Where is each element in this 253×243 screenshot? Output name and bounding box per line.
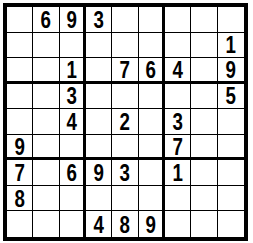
cell-r3c2[interactable] [33, 58, 59, 84]
given-digit: 7 [14, 160, 24, 185]
cell-r8c1[interactable]: 8 [7, 186, 33, 212]
given-digit: 1 [172, 160, 182, 185]
given-digit: 3 [93, 7, 103, 32]
cell-r6c9[interactable] [218, 135, 244, 161]
cell-r7c4[interactable]: 9 [86, 160, 112, 186]
cell-r9c7[interactable] [165, 211, 191, 237]
given-digit: 7 [172, 135, 182, 159]
given-digit: 6 [66, 160, 76, 185]
given-digit: 3 [172, 109, 182, 134]
cell-r3c3[interactable]: 1 [60, 58, 86, 84]
cell-r7c9[interactable] [218, 160, 244, 186]
sudoku-board: 6931176493542397769318489 [3, 3, 248, 241]
cell-r1c3[interactable]: 9 [60, 7, 86, 33]
cell-r4c4[interactable] [86, 84, 112, 110]
cell-r3c7[interactable]: 4 [165, 58, 191, 84]
cell-r5c3[interactable]: 4 [60, 109, 86, 135]
cell-r9c6[interactable]: 9 [139, 211, 165, 237]
cell-r4c5[interactable] [112, 84, 138, 110]
cell-r8c5[interactable] [112, 186, 138, 212]
given-digit: 3 [66, 84, 76, 109]
cell-r3c6[interactable]: 6 [139, 58, 165, 84]
given-digit: 1 [66, 58, 76, 82]
cell-r8c3[interactable] [60, 186, 86, 212]
cell-r5c2[interactable] [33, 109, 59, 135]
given-digit: 4 [172, 58, 182, 82]
cell-r7c1[interactable]: 7 [7, 160, 33, 186]
given-digit: 2 [120, 109, 130, 134]
cell-r8c4[interactable] [86, 186, 112, 212]
cell-r7c3[interactable]: 6 [60, 160, 86, 186]
given-digit: 4 [93, 212, 103, 237]
cell-r6c2[interactable] [33, 135, 59, 161]
cell-r4c8[interactable] [191, 84, 217, 110]
cell-r9c2[interactable] [33, 211, 59, 237]
given-digit: 1 [226, 33, 236, 58]
cell-r9c5[interactable]: 8 [112, 211, 138, 237]
cell-r1c8[interactable] [191, 7, 217, 33]
cell-r1c5[interactable] [112, 7, 138, 33]
given-digit: 8 [14, 186, 24, 211]
cell-r8c6[interactable] [139, 186, 165, 212]
cell-r5c6[interactable] [139, 109, 165, 135]
cell-r6c3[interactable] [60, 135, 86, 161]
cell-r5c8[interactable] [191, 109, 217, 135]
given-digit: 9 [226, 58, 236, 82]
cell-r1c4[interactable]: 3 [86, 7, 112, 33]
cell-r2c5[interactable] [112, 33, 138, 59]
cell-r5c4[interactable] [86, 109, 112, 135]
cell-r8c8[interactable] [191, 186, 217, 212]
cell-r4c3[interactable]: 3 [60, 84, 86, 110]
cell-r2c3[interactable] [60, 33, 86, 59]
cell-r3c8[interactable] [191, 58, 217, 84]
cell-r8c2[interactable] [33, 186, 59, 212]
cell-r2c2[interactable] [33, 33, 59, 59]
cell-r2c6[interactable] [139, 33, 165, 59]
cell-r9c4[interactable]: 4 [86, 211, 112, 237]
cell-r9c8[interactable] [191, 211, 217, 237]
cell-r7c6[interactable] [139, 160, 165, 186]
cell-r3c4[interactable] [86, 58, 112, 84]
given-digit: 7 [120, 58, 130, 82]
given-digit: 9 [14, 135, 24, 159]
cell-r6c4[interactable] [86, 135, 112, 161]
cell-r3c1[interactable] [7, 58, 33, 84]
cell-r5c5[interactable]: 2 [112, 109, 138, 135]
given-digit: 8 [120, 212, 130, 237]
cell-r8c7[interactable] [165, 186, 191, 212]
cell-r4c9[interactable]: 5 [218, 84, 244, 110]
given-digit: 5 [226, 84, 236, 109]
cell-r6c7[interactable]: 7 [165, 135, 191, 161]
given-digit: 3 [120, 160, 130, 185]
cell-r2c8[interactable] [191, 33, 217, 59]
cell-r7c7[interactable]: 1 [165, 160, 191, 186]
cell-r8c9[interactable] [218, 186, 244, 212]
cell-r2c9[interactable]: 1 [218, 33, 244, 59]
cell-r7c2[interactable] [33, 160, 59, 186]
given-digit: 9 [145, 212, 155, 237]
given-digit: 6 [41, 7, 51, 32]
cell-r9c9[interactable] [218, 211, 244, 237]
cell-r7c8[interactable] [191, 160, 217, 186]
cell-r1c2[interactable]: 6 [33, 7, 59, 33]
cell-r5c9[interactable] [218, 109, 244, 135]
cell-r1c7[interactable] [165, 7, 191, 33]
cell-r6c5[interactable] [112, 135, 138, 161]
cell-r4c6[interactable] [139, 84, 165, 110]
cell-r2c4[interactable] [86, 33, 112, 59]
cell-r9c3[interactable] [60, 211, 86, 237]
given-digit: 4 [66, 109, 76, 134]
cell-r9c1[interactable] [7, 211, 33, 237]
cell-r1c9[interactable] [218, 7, 244, 33]
cell-r7c5[interactable]: 3 [112, 160, 138, 186]
cell-r3c5[interactable]: 7 [112, 58, 138, 84]
cell-r3c9[interactable]: 9 [218, 58, 244, 84]
cell-r1c1[interactable] [7, 7, 33, 33]
cell-r2c1[interactable] [7, 33, 33, 59]
cell-r2c7[interactable] [165, 33, 191, 59]
cell-r6c6[interactable] [139, 135, 165, 161]
cell-r4c2[interactable] [33, 84, 59, 110]
given-digit: 9 [93, 160, 103, 185]
cell-r4c7[interactable] [165, 84, 191, 110]
cell-r6c1[interactable]: 9 [7, 135, 33, 161]
cell-r4c1[interactable] [7, 84, 33, 110]
given-digit: 9 [66, 7, 76, 32]
cell-r5c7[interactable]: 3 [165, 109, 191, 135]
cell-r6c8[interactable] [191, 135, 217, 161]
given-digit: 6 [145, 58, 155, 82]
cell-r5c1[interactable] [7, 109, 33, 135]
cell-r1c6[interactable] [139, 7, 165, 33]
